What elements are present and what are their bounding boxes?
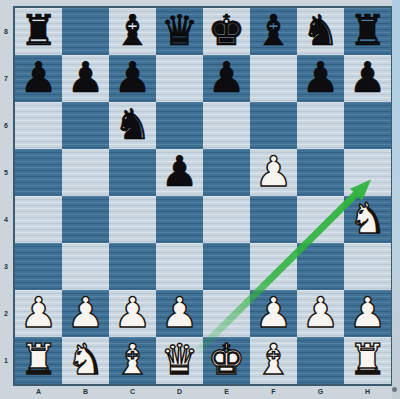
square-h6[interactable] bbox=[344, 102, 391, 149]
square-d4[interactable] bbox=[156, 196, 203, 243]
square-b1[interactable]: ♞ bbox=[62, 337, 109, 384]
square-h2[interactable]: ♟ bbox=[344, 290, 391, 337]
square-b6[interactable] bbox=[62, 102, 109, 149]
rank-label-5: 5 bbox=[0, 149, 12, 196]
board-grid: ♜♝♛♚♝♞♜♟♟♟♟♟♟♞♟♟♞♟♟♟♟♟♟♟♜♞♝♛♚♝♜ bbox=[15, 8, 391, 384]
square-d5[interactable]: ♟ bbox=[156, 149, 203, 196]
piece-black-pawn[interactable]: ♟ bbox=[349, 54, 387, 101]
square-g1[interactable] bbox=[297, 337, 344, 384]
rank-label-2: 2 bbox=[0, 290, 12, 337]
piece-white-pawn[interactable]: ♟ bbox=[302, 289, 340, 336]
square-e5[interactable] bbox=[203, 149, 250, 196]
piece-white-pawn[interactable]: ♟ bbox=[255, 289, 293, 336]
piece-white-rook[interactable]: ♜ bbox=[349, 336, 387, 383]
square-e3[interactable] bbox=[203, 243, 250, 290]
square-f5[interactable]: ♟ bbox=[250, 149, 297, 196]
piece-white-knight[interactable]: ♞ bbox=[349, 195, 387, 242]
square-g7[interactable]: ♟ bbox=[297, 55, 344, 102]
piece-black-rook[interactable]: ♜ bbox=[349, 7, 387, 54]
piece-black-pawn[interactable]: ♟ bbox=[114, 54, 152, 101]
piece-black-pawn[interactable]: ♟ bbox=[67, 54, 105, 101]
square-a4[interactable] bbox=[15, 196, 62, 243]
square-g2[interactable]: ♟ bbox=[297, 290, 344, 337]
piece-white-pawn[interactable]: ♟ bbox=[349, 289, 387, 336]
square-a7[interactable]: ♟ bbox=[15, 55, 62, 102]
file-label-h: H bbox=[344, 387, 391, 397]
square-c4[interactable] bbox=[109, 196, 156, 243]
square-e6[interactable] bbox=[203, 102, 250, 149]
square-e7[interactable]: ♟ bbox=[203, 55, 250, 102]
square-g8[interactable]: ♞ bbox=[297, 8, 344, 55]
square-a2[interactable]: ♟ bbox=[15, 290, 62, 337]
square-e2[interactable] bbox=[203, 290, 250, 337]
square-d2[interactable]: ♟ bbox=[156, 290, 203, 337]
piece-white-pawn[interactable]: ♟ bbox=[255, 148, 293, 195]
square-c6[interactable]: ♞ bbox=[109, 102, 156, 149]
piece-white-knight[interactable]: ♞ bbox=[67, 336, 105, 383]
file-label-c: C bbox=[109, 387, 156, 397]
file-label-b: B bbox=[62, 387, 109, 397]
square-d1[interactable]: ♛ bbox=[156, 337, 203, 384]
square-b3[interactable] bbox=[62, 243, 109, 290]
square-c1[interactable]: ♝ bbox=[109, 337, 156, 384]
square-f2[interactable]: ♟ bbox=[250, 290, 297, 337]
square-b2[interactable]: ♟ bbox=[62, 290, 109, 337]
square-b7[interactable]: ♟ bbox=[62, 55, 109, 102]
piece-black-pawn[interactable]: ♟ bbox=[302, 54, 340, 101]
square-d8[interactable]: ♛ bbox=[156, 8, 203, 55]
piece-white-king[interactable]: ♚ bbox=[208, 336, 246, 383]
piece-black-pawn[interactable]: ♟ bbox=[161, 148, 199, 195]
rank-label-7: 7 bbox=[0, 55, 12, 102]
square-c8[interactable]: ♝ bbox=[109, 8, 156, 55]
square-c7[interactable]: ♟ bbox=[109, 55, 156, 102]
square-f7[interactable] bbox=[250, 55, 297, 102]
rank-label-4: 4 bbox=[0, 196, 12, 243]
square-g3[interactable] bbox=[297, 243, 344, 290]
square-a6[interactable] bbox=[15, 102, 62, 149]
square-c3[interactable] bbox=[109, 243, 156, 290]
square-a8[interactable]: ♜ bbox=[15, 8, 62, 55]
piece-white-bishop[interactable]: ♝ bbox=[255, 336, 293, 383]
rank-label-8: 8 bbox=[0, 8, 12, 55]
piece-white-pawn[interactable]: ♟ bbox=[114, 289, 152, 336]
piece-white-pawn[interactable]: ♟ bbox=[20, 289, 58, 336]
piece-black-bishop[interactable]: ♝ bbox=[255, 7, 293, 54]
piece-black-pawn[interactable]: ♟ bbox=[208, 54, 246, 101]
square-c5[interactable] bbox=[109, 149, 156, 196]
square-h7[interactable]: ♟ bbox=[344, 55, 391, 102]
square-f3[interactable] bbox=[250, 243, 297, 290]
square-b5[interactable] bbox=[62, 149, 109, 196]
file-label-g: G bbox=[297, 387, 344, 397]
square-c2[interactable]: ♟ bbox=[109, 290, 156, 337]
square-f8[interactable]: ♝ bbox=[250, 8, 297, 55]
piece-white-queen[interactable]: ♛ bbox=[161, 336, 199, 383]
square-e1[interactable]: ♚ bbox=[203, 337, 250, 384]
square-d6[interactable] bbox=[156, 102, 203, 149]
square-h5[interactable] bbox=[344, 149, 391, 196]
square-a5[interactable] bbox=[15, 149, 62, 196]
square-a3[interactable] bbox=[15, 243, 62, 290]
piece-white-rook[interactable]: ♜ bbox=[20, 336, 58, 383]
chess-board: ♜♝♛♚♝♞♜♟♟♟♟♟♟♞♟♟♞♟♟♟♟♟♟♟♜♞♝♛♚♝♜ bbox=[13, 6, 393, 386]
square-f1[interactable]: ♝ bbox=[250, 337, 297, 384]
piece-black-knight[interactable]: ♞ bbox=[302, 7, 340, 54]
square-g5[interactable] bbox=[297, 149, 344, 196]
square-d3[interactable] bbox=[156, 243, 203, 290]
square-h3[interactable] bbox=[344, 243, 391, 290]
square-h8[interactable]: ♜ bbox=[344, 8, 391, 55]
rank-label-1: 1 bbox=[0, 337, 12, 384]
piece-black-bishop[interactable]: ♝ bbox=[114, 7, 152, 54]
piece-white-pawn[interactable]: ♟ bbox=[161, 289, 199, 336]
square-e4[interactable] bbox=[203, 196, 250, 243]
square-e8[interactable]: ♚ bbox=[203, 8, 250, 55]
square-f6[interactable] bbox=[250, 102, 297, 149]
square-h4[interactable]: ♞ bbox=[344, 196, 391, 243]
piece-white-pawn[interactable]: ♟ bbox=[67, 289, 105, 336]
piece-black-queen[interactable]: ♛ bbox=[161, 7, 199, 54]
rank-label-3: 3 bbox=[0, 243, 12, 290]
square-b4[interactable] bbox=[62, 196, 109, 243]
corner-dot bbox=[392, 387, 397, 392]
square-b8[interactable] bbox=[62, 8, 109, 55]
file-label-a: A bbox=[15, 387, 62, 397]
piece-black-rook[interactable]: ♜ bbox=[20, 7, 58, 54]
file-label-e: E bbox=[203, 387, 250, 397]
piece-black-knight[interactable]: ♞ bbox=[114, 101, 152, 148]
file-label-d: D bbox=[156, 387, 203, 397]
square-h1[interactable]: ♜ bbox=[344, 337, 391, 384]
rank-label-6: 6 bbox=[0, 102, 12, 149]
piece-black-king[interactable]: ♚ bbox=[208, 7, 246, 54]
square-g6[interactable] bbox=[297, 102, 344, 149]
file-label-f: F bbox=[250, 387, 297, 397]
piece-white-bishop[interactable]: ♝ bbox=[114, 336, 152, 383]
panel-edge-strip bbox=[392, 0, 400, 399]
square-g4[interactable] bbox=[297, 196, 344, 243]
square-d7[interactable] bbox=[156, 55, 203, 102]
square-f4[interactable] bbox=[250, 196, 297, 243]
square-a1[interactable]: ♜ bbox=[15, 337, 62, 384]
piece-black-pawn[interactable]: ♟ bbox=[20, 54, 58, 101]
